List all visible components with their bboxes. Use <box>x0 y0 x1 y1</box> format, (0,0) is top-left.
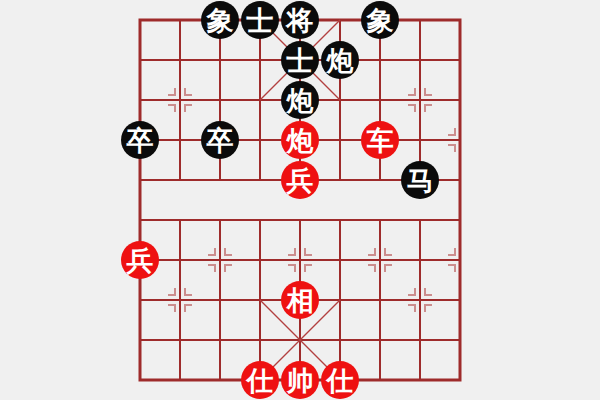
point-f9[interactable]: 仕 <box>320 360 360 400</box>
point-h1[interactable] <box>400 40 440 80</box>
point-b9[interactable] <box>160 360 200 400</box>
red-advisor-piece[interactable]: 仕 <box>321 361 359 399</box>
black-advisor-piece[interactable]: 士 <box>241 1 279 39</box>
point-b3[interactable] <box>160 120 200 160</box>
point-g9[interactable] <box>360 360 400 400</box>
point-a5[interactable] <box>120 200 160 240</box>
point-c9[interactable] <box>200 360 240 400</box>
point-i8[interactable] <box>440 320 480 360</box>
point-a2[interactable] <box>120 80 160 120</box>
black-cannon-piece[interactable]: 炮 <box>281 81 319 119</box>
point-f2[interactable] <box>320 80 360 120</box>
point-h8[interactable] <box>400 320 440 360</box>
point-b4[interactable] <box>160 160 200 200</box>
point-f4[interactable] <box>320 160 360 200</box>
point-h7[interactable] <box>400 280 440 320</box>
point-b7[interactable] <box>160 280 200 320</box>
black-soldier-piece[interactable]: 卒 <box>121 121 159 159</box>
point-h3[interactable] <box>400 120 440 160</box>
point-i7[interactable] <box>440 280 480 320</box>
point-h2[interactable] <box>400 80 440 120</box>
point-c6[interactable] <box>200 240 240 280</box>
point-d9[interactable]: 仕 <box>240 360 280 400</box>
point-d8[interactable] <box>240 320 280 360</box>
point-c8[interactable] <box>200 320 240 360</box>
point-e2[interactable]: 炮 <box>280 80 320 120</box>
board-grid: 象士将象士炮炮卒卒炮车兵马兵相仕帅仕 <box>120 0 480 400</box>
point-d2[interactable] <box>240 80 280 120</box>
point-a9[interactable] <box>120 360 160 400</box>
point-e7[interactable]: 相 <box>280 280 320 320</box>
point-c4[interactable] <box>200 160 240 200</box>
point-a4[interactable] <box>120 160 160 200</box>
point-a0[interactable] <box>120 0 160 40</box>
point-g7[interactable] <box>360 280 400 320</box>
point-c1[interactable] <box>200 40 240 80</box>
red-cannon-piece[interactable]: 炮 <box>281 121 319 159</box>
point-g1[interactable] <box>360 40 400 80</box>
point-d5[interactable] <box>240 200 280 240</box>
red-soldier-piece[interactable]: 兵 <box>121 241 159 279</box>
point-f6[interactable] <box>320 240 360 280</box>
point-i9[interactable] <box>440 360 480 400</box>
point-a8[interactable] <box>120 320 160 360</box>
point-g6[interactable] <box>360 240 400 280</box>
point-a1[interactable] <box>120 40 160 80</box>
point-c7[interactable] <box>200 280 240 320</box>
point-e9[interactable]: 帅 <box>280 360 320 400</box>
point-i6[interactable] <box>440 240 480 280</box>
point-i5[interactable] <box>440 200 480 240</box>
point-e1[interactable]: 士 <box>280 40 320 80</box>
point-a3[interactable]: 卒 <box>120 120 160 160</box>
point-b1[interactable] <box>160 40 200 80</box>
point-h9[interactable] <box>400 360 440 400</box>
red-chariot-piece[interactable]: 车 <box>361 121 399 159</box>
point-i1[interactable] <box>440 40 480 80</box>
point-c2[interactable] <box>200 80 240 120</box>
point-b0[interactable] <box>160 0 200 40</box>
point-f7[interactable] <box>320 280 360 320</box>
point-e4[interactable]: 兵 <box>280 160 320 200</box>
point-f3[interactable] <box>320 120 360 160</box>
black-cannon-piece[interactable]: 炮 <box>321 41 359 79</box>
point-b2[interactable] <box>160 80 200 120</box>
black-horse-piece[interactable]: 马 <box>401 161 439 199</box>
point-d6[interactable] <box>240 240 280 280</box>
red-general-piece[interactable]: 帅 <box>281 361 319 399</box>
point-e3[interactable]: 炮 <box>280 120 320 160</box>
red-soldier-piece[interactable]: 兵 <box>281 161 319 199</box>
black-soldier-piece[interactable]: 卒 <box>201 121 239 159</box>
point-d3[interactable] <box>240 120 280 160</box>
point-f8[interactable] <box>320 320 360 360</box>
black-advisor-piece[interactable]: 士 <box>281 41 319 79</box>
point-f0[interactable] <box>320 0 360 40</box>
point-b8[interactable] <box>160 320 200 360</box>
point-h6[interactable] <box>400 240 440 280</box>
point-d4[interactable] <box>240 160 280 200</box>
point-g3[interactable]: 车 <box>360 120 400 160</box>
red-advisor-piece[interactable]: 仕 <box>241 361 279 399</box>
point-i4[interactable] <box>440 160 480 200</box>
point-a6[interactable]: 兵 <box>120 240 160 280</box>
black-elephant-piece[interactable]: 象 <box>361 1 399 39</box>
black-general-piece[interactable]: 将 <box>281 1 319 39</box>
point-h5[interactable] <box>400 200 440 240</box>
point-i0[interactable] <box>440 0 480 40</box>
point-e6[interactable] <box>280 240 320 280</box>
point-d0[interactable]: 士 <box>240 0 280 40</box>
point-e5[interactable] <box>280 200 320 240</box>
point-g0[interactable]: 象 <box>360 0 400 40</box>
point-e8[interactable] <box>280 320 320 360</box>
point-a7[interactable] <box>120 280 160 320</box>
point-f5[interactable] <box>320 200 360 240</box>
point-b6[interactable] <box>160 240 200 280</box>
point-e0[interactable]: 将 <box>280 0 320 40</box>
black-elephant-piece[interactable]: 象 <box>201 1 239 39</box>
point-c5[interactable] <box>200 200 240 240</box>
point-i3[interactable] <box>440 120 480 160</box>
point-h4[interactable]: 马 <box>400 160 440 200</box>
point-g2[interactable] <box>360 80 400 120</box>
point-i2[interactable] <box>440 80 480 120</box>
point-g4[interactable] <box>360 160 400 200</box>
xiangqi-board: 象士将象士炮炮卒卒炮车兵马兵相仕帅仕 <box>0 0 600 400</box>
point-b5[interactable] <box>160 200 200 240</box>
point-h0[interactable] <box>400 0 440 40</box>
point-c0[interactable]: 象 <box>200 0 240 40</box>
point-g8[interactable] <box>360 320 400 360</box>
point-d1[interactable] <box>240 40 280 80</box>
point-g5[interactable] <box>360 200 400 240</box>
red-elephant-piece[interactable]: 相 <box>281 281 319 319</box>
point-f1[interactable]: 炮 <box>320 40 360 80</box>
point-c3[interactable]: 卒 <box>200 120 240 160</box>
point-d7[interactable] <box>240 280 280 320</box>
